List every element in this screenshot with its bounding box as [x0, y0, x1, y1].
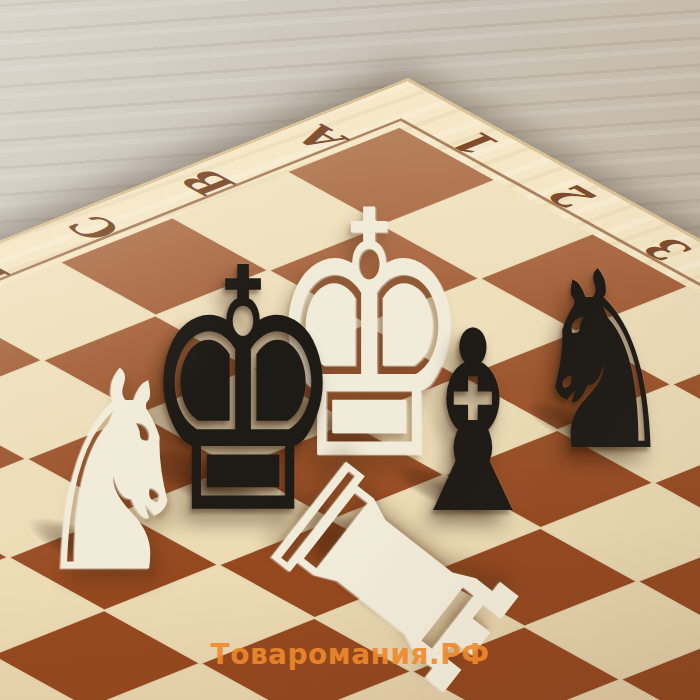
watermark: Товаромания.РФ — [211, 638, 490, 671]
white-knight: ♞ — [30, 337, 198, 612]
product-photo-stage: ABCDEFGH12345678 Товаромания.РФ ♞♚♚♝♞♜ — [0, 0, 700, 700]
black-knight: ♞ — [528, 240, 677, 485]
